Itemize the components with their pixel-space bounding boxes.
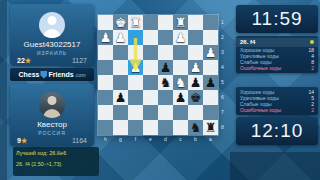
rank-label-1: 1 (221, 15, 229, 30)
white-pawn: ♟ (128, 60, 143, 75)
file-label-g: g (113, 136, 128, 142)
stats-bottom-rows: Хорошие ходы14Удачливые ходы5Слабые ходы… (236, 89, 318, 113)
square-c8[interactable] (173, 120, 188, 135)
avatar-silhouette-head (48, 16, 57, 25)
square-h3[interactable] (98, 45, 113, 60)
square-g8[interactable] (113, 120, 128, 135)
square-f3[interactable] (128, 45, 143, 60)
square-e2[interactable] (143, 30, 158, 45)
white-pawn: ♟ (188, 60, 203, 75)
avatar-bottom (39, 92, 65, 118)
square-h5[interactable] (98, 75, 113, 90)
square-c7[interactable] (173, 105, 188, 120)
white-rook: ♜ (173, 15, 188, 30)
black-king: ♚ (188, 90, 203, 105)
avatar-bust-torso (43, 109, 61, 118)
square-e5[interactable] (143, 75, 158, 90)
square-f2[interactable] (128, 30, 143, 45)
black-pawn: ♟ (203, 75, 218, 90)
black-pawn: ♟ (113, 90, 128, 105)
square-a1[interactable] (203, 15, 218, 30)
stat-row: Ошибочные ходы2 (236, 107, 318, 113)
square-g4[interactable] (113, 60, 128, 75)
stats-panel-top: 26. f4 Хорошие ходы18Удачливые ходы4Слаб… (236, 36, 318, 73)
square-c4[interactable] (173, 60, 188, 75)
clock-top: 11:59 (236, 5, 318, 33)
square-f4[interactable]: ♟ (128, 60, 143, 75)
square-a7[interactable] (203, 105, 218, 120)
star-icon: ★ (25, 57, 31, 64)
rank-label-2: 2 (221, 30, 229, 45)
square-c3[interactable] (173, 45, 188, 60)
square-d5[interactable]: ♞ (158, 75, 173, 90)
player-rating-top: 1127 (72, 57, 87, 64)
rank-label-7: 7 (221, 105, 229, 120)
move-quality-dot (310, 40, 314, 44)
file-label-a: a (203, 136, 218, 142)
square-c1[interactable]: ♜ (173, 15, 188, 30)
square-a3[interactable]: ♟ (203, 45, 218, 60)
white-pawn: ♟ (113, 30, 128, 45)
square-b6[interactable]: ♚ (188, 90, 203, 105)
square-b7[interactable] (188, 105, 203, 120)
square-b1[interactable] (188, 15, 203, 30)
stats-top-rows: Хорошие ходы18Удачливые ходы4Слабые ходы… (236, 47, 318, 71)
square-g1[interactable]: ♚ (113, 15, 128, 30)
player-name-bottom: Квестор (10, 120, 94, 129)
square-e3[interactable] (143, 45, 158, 60)
rank-labels: 12345678 (221, 15, 229, 135)
rank-label-8: 8 (221, 120, 229, 135)
square-h8[interactable] (98, 120, 113, 135)
avatar-silhouette-torso (43, 29, 61, 38)
player-card-bottom: Квестор РОССИЯ 9★ 1164 (10, 84, 94, 146)
square-h7[interactable] (98, 105, 113, 120)
square-a6[interactable] (203, 90, 218, 105)
rank-label-6: 6 (221, 90, 229, 105)
square-g5[interactable] (113, 75, 128, 90)
square-g3[interactable] (113, 45, 128, 60)
file-label-b: b (188, 136, 203, 142)
analysis-box: Лучший ход: 26.Ке6 26. f4 (2,50->1,73) (13, 147, 99, 176)
white-pawn: ♟ (98, 30, 113, 45)
file-label-d: d (158, 136, 173, 142)
app-window: Guest43022517 ИЗРАИЛЬ 22★ 1127 Chess Fri… (0, 0, 320, 180)
file-label-c: c (173, 136, 188, 142)
white-rook: ♜ (128, 15, 143, 30)
player-rating-bottom: 1164 (72, 137, 87, 144)
square-a5[interactable]: ♟ (203, 75, 218, 90)
white-king: ♚ (113, 15, 128, 30)
square-c2[interactable]: ♟ (173, 30, 188, 45)
white-knight: ♞ (173, 75, 188, 90)
black-pawn: ♟ (173, 90, 188, 105)
best-move-text: Лучший ход: 26.Ке6 (16, 150, 96, 156)
square-d7[interactable] (158, 105, 173, 120)
rank-label-4: 4 (221, 60, 229, 75)
square-h1[interactable] (98, 15, 113, 30)
stat-row: Ошибочные ходы2 (236, 65, 318, 71)
rank-label-5: 5 (221, 75, 229, 90)
square-e8[interactable] (143, 120, 158, 135)
square-b4[interactable]: ♟ (188, 60, 203, 75)
clock-bottom: 12:10 (236, 117, 318, 145)
square-f6[interactable] (128, 90, 143, 105)
player-card-top: Guest43022517 ИЗРАИЛЬ 22★ 1127 (10, 4, 94, 66)
star-icon: ★ (21, 137, 27, 144)
square-e6[interactable] (143, 90, 158, 105)
logo-text-friends: Friends (48, 71, 73, 78)
file-labels: hgfedcba (98, 136, 218, 142)
square-f1[interactable]: ♜ (128, 15, 143, 30)
player-country-bottom: РОССИЯ (10, 130, 94, 136)
rank-label-3: 3 (221, 45, 229, 60)
square-b3[interactable] (188, 45, 203, 60)
square-f5[interactable] (128, 75, 143, 90)
current-move-label: 26. f4 (240, 39, 255, 45)
black-knight: ♞ (188, 120, 203, 135)
player-stars-bottom: 9★ (17, 137, 27, 145)
square-d3[interactable] (158, 45, 173, 60)
square-d4[interactable]: ♟ (158, 60, 173, 75)
square-e4[interactable] (143, 60, 158, 75)
square-a8[interactable]: ♜ (203, 120, 218, 135)
avatar-bust-head (48, 96, 57, 105)
file-label-f: f (128, 136, 143, 142)
stat-label: Ошибочные ходы (240, 107, 281, 113)
board[interactable]: ♚♜♜♟♟♟♟♟♟♟♞♞♟♟♟♟♚♞♜ (98, 15, 218, 135)
white-pawn: ♟ (173, 30, 188, 45)
player-country-top: ИЗРАИЛЬ (10, 50, 94, 56)
logo-text-domain: .com (75, 72, 86, 78)
stat-value: 2 (311, 65, 314, 71)
square-b5[interactable]: ♟ (188, 75, 203, 90)
square-d1[interactable] (158, 15, 173, 30)
white-pawn: ♟ (203, 45, 218, 60)
shield-icon (40, 71, 47, 79)
square-c6[interactable]: ♟ (173, 90, 188, 105)
stat-label: Ошибочные ходы (240, 65, 281, 71)
square-e7[interactable] (143, 105, 158, 120)
stats-panel-bottom: Хорошие ходы14Удачливые ходы5Слабые ходы… (236, 87, 318, 115)
square-g2[interactable]: ♟ (113, 30, 128, 45)
file-label-e: e (143, 136, 158, 142)
square-d6[interactable] (158, 90, 173, 105)
square-d2[interactable] (158, 30, 173, 45)
background-left-strip (0, 0, 7, 180)
square-a4[interactable] (203, 60, 218, 75)
square-f7[interactable] (128, 105, 143, 120)
move-eval-text: 26. f4 (2,50->1,73) (16, 161, 96, 167)
player-stars-top: 22★ (17, 57, 31, 65)
black-rook: ♜ (203, 120, 218, 135)
stat-value: 2 (311, 107, 314, 113)
square-e1[interactable] (143, 15, 158, 30)
square-a2[interactable] (203, 30, 218, 45)
player-name-top: Guest43022517 (10, 40, 94, 49)
square-f8[interactable] (128, 120, 143, 135)
square-d8[interactable] (158, 120, 173, 135)
black-knight: ♞ (158, 75, 173, 90)
current-move-row[interactable]: 26. f4 (236, 38, 318, 47)
square-c5[interactable]: ♞ (173, 75, 188, 90)
square-b2[interactable] (188, 30, 203, 45)
avatar-top (39, 12, 65, 38)
chessfriends-logo: Chess Friends .com (10, 68, 94, 81)
square-h4[interactable] (98, 60, 113, 75)
background-bottom-right-panel (230, 152, 320, 180)
square-g6[interactable]: ♟ (113, 90, 128, 105)
square-h2[interactable]: ♟ (98, 30, 113, 45)
square-h6[interactable] (98, 90, 113, 105)
square-b8[interactable]: ♞ (188, 120, 203, 135)
logo-text-chess: Chess (18, 71, 39, 78)
black-pawn: ♟ (158, 60, 173, 75)
black-pawn: ♟ (188, 75, 203, 90)
file-label-h: h (98, 136, 113, 142)
square-g7[interactable] (113, 105, 128, 120)
